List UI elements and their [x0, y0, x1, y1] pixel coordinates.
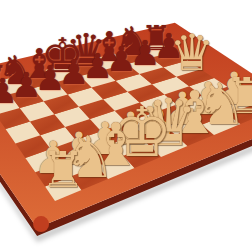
piece-red-pawn-h7[interactable]: ♟ [0, 75, 18, 109]
chess-set-photo: ♜♞♟♝♟♛♛♟♚♟♝♞♟♜♟♟♟♟♜♟♞♟♟♝♟♛♟♚♟♝♟♞♜ [0, 0, 252, 252]
piece-white-rook-h1[interactable]: ♜ [41, 146, 85, 195]
frame-rounded-corner [33, 216, 49, 232]
